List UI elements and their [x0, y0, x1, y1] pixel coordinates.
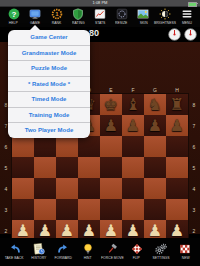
square-h6[interactable] — [166, 136, 188, 157]
coordinate-label: 6 — [0, 136, 12, 157]
forward-icon — [57, 243, 69, 255]
square-h3[interactable] — [166, 199, 188, 220]
chess-app-window: 1:08 PM ? HELP GAME 1 RANK RATING — [0, 0, 200, 266]
square-g4[interactable] — [144, 178, 166, 199]
square-b5[interactable] — [34, 157, 56, 178]
rating-button[interactable]: RATING — [68, 8, 89, 26]
stats-icon — [94, 8, 106, 20]
square-f5[interactable] — [122, 157, 144, 178]
square-f4[interactable] — [122, 178, 144, 199]
coordinate-label: 4 — [0, 178, 12, 199]
square-f8[interactable]: ♝ — [122, 94, 144, 115]
white-clock-icon — [168, 27, 181, 45]
square-h4[interactable] — [166, 178, 188, 199]
game-button[interactable]: GAME — [25, 8, 46, 26]
black-pawn: ♟ — [104, 118, 118, 134]
square-e4[interactable] — [100, 178, 122, 199]
square-e6[interactable] — [100, 136, 122, 157]
svg-text:1: 1 — [55, 11, 59, 17]
skin-label: SKIN — [139, 21, 147, 25]
square-g7[interactable]: ♟ — [144, 115, 166, 136]
square-a3[interactable] — [12, 199, 34, 220]
menu-item-rated-mode[interactable]: * Rated Mode * — [8, 77, 90, 93]
menu-item-training-mode[interactable]: Training Mode — [8, 108, 90, 124]
square-g8[interactable]: ♞ — [144, 94, 166, 115]
menu-button[interactable]: MENU — [176, 8, 197, 26]
square-d6[interactable] — [78, 136, 100, 157]
skin-button[interactable]: SKIN — [133, 8, 154, 26]
help-icon: ? — [8, 8, 20, 20]
coordinate-label: 6 — [188, 136, 200, 157]
square-h5[interactable] — [166, 157, 188, 178]
square-b4[interactable] — [34, 178, 56, 199]
stats-label: STATS — [95, 21, 105, 25]
white-pawn: ♟ — [16, 223, 30, 239]
black-bishop: ♝ — [126, 97, 140, 113]
coordinate-label: 3 — [0, 199, 12, 220]
resize-icon — [116, 8, 128, 20]
coordinate-label: H — [166, 86, 188, 94]
white-pawn: ♟ — [148, 223, 162, 239]
board-ranks-right: 87654321 — [188, 94, 200, 262]
force-move-label: FORCE MOVE — [101, 256, 124, 260]
square-e8[interactable]: ♚ — [100, 94, 122, 115]
new-label: NEW — [181, 256, 189, 260]
coordinate-label: G — [144, 86, 166, 94]
skin-icon — [137, 8, 149, 20]
game-icon — [29, 8, 41, 20]
forward-button[interactable]: FORWARD — [52, 243, 75, 261]
black-pawn: ♟ — [170, 118, 184, 134]
take-back-button[interactable]: TAKE BACK — [3, 243, 26, 261]
new-icon — [179, 243, 191, 255]
coordinate-label: E — [100, 86, 122, 94]
header-partial-text: 80 — [89, 28, 99, 38]
history-button[interactable]: HISTORY — [27, 243, 50, 261]
black-knight: ♞ — [148, 97, 162, 113]
battery-icon — [188, 2, 197, 7]
square-d3[interactable] — [78, 199, 100, 220]
white-pawn: ♟ — [82, 223, 96, 239]
rating-icon — [72, 8, 84, 20]
black-pawn: ♟ — [148, 118, 162, 134]
top-toolbar: ? HELP GAME 1 RANK RATING STATS — [0, 7, 200, 27]
coordinate-label: 7 — [188, 115, 200, 136]
square-a4[interactable] — [12, 178, 34, 199]
rating-label: RATING — [72, 21, 85, 25]
bottom-toolbar: TAKE BACK HISTORY FORWARD HINT FORCE MOV… — [0, 238, 200, 266]
history-label: HISTORY — [31, 256, 46, 260]
help-button[interactable]: ? HELP — [3, 8, 24, 26]
square-d5[interactable] — [78, 157, 100, 178]
settings-icon — [155, 243, 167, 255]
white-pawn: ♟ — [104, 223, 118, 239]
brightness-button[interactable]: BRIGHTNESS — [154, 8, 175, 26]
square-e7[interactable]: ♟ — [100, 115, 122, 136]
history-icon — [33, 243, 45, 255]
stats-button[interactable]: STATS — [90, 8, 111, 26]
coordinate-label: 5 — [0, 157, 12, 178]
settings-button[interactable]: SETTINGS — [150, 243, 173, 261]
game-mode-menu: Game Center Grandmaster Mode Puzzle Mode… — [8, 30, 90, 138]
square-a6[interactable] — [12, 136, 34, 157]
chess-clocks — [168, 27, 197, 45]
square-h7[interactable]: ♟ — [166, 115, 188, 136]
black-pawn: ♟ — [126, 118, 140, 134]
take-back-label: TAKE BACK — [5, 256, 24, 260]
square-c4[interactable] — [56, 178, 78, 199]
square-c5[interactable] — [56, 157, 78, 178]
new-button[interactable]: NEW — [174, 243, 197, 261]
square-h8[interactable]: ♜ — [166, 94, 188, 115]
square-a5[interactable] — [12, 157, 34, 178]
help-label: HELP — [9, 21, 18, 25]
rank-label: RANK — [52, 21, 61, 25]
square-b3[interactable] — [34, 199, 56, 220]
force-move-button[interactable]: FORCE MOVE — [101, 243, 124, 261]
square-c6[interactable] — [56, 136, 78, 157]
white-pawn: ♟ — [126, 223, 140, 239]
hint-icon — [82, 243, 94, 255]
settings-label: SETTINGS — [153, 256, 170, 260]
hint-label: HINT — [84, 256, 92, 260]
square-e5[interactable] — [100, 157, 122, 178]
svg-text:?: ? — [11, 10, 16, 19]
white-pawn: ♟ — [60, 223, 74, 239]
square-b6[interactable] — [34, 136, 56, 157]
flip-button[interactable]: FLIP — [125, 243, 148, 261]
resize-label: RESIZE — [115, 21, 127, 25]
coordinate-label: 4 — [188, 178, 200, 199]
square-d4[interactable] — [78, 178, 100, 199]
brightness-label: BRIGHTNESS — [154, 21, 176, 25]
menu-label: MENU — [181, 21, 191, 25]
brightness-icon — [159, 8, 171, 20]
menu-item-game-center[interactable]: Game Center — [8, 30, 90, 46]
square-f7[interactable]: ♟ — [122, 115, 144, 136]
hint-button[interactable]: HINT — [76, 243, 99, 261]
menu-item-timed-mode[interactable]: Timed Mode — [8, 92, 90, 108]
square-e3[interactable] — [100, 199, 122, 220]
square-g5[interactable] — [144, 157, 166, 178]
status-time: 1:08 PM — [93, 0, 108, 6]
coordinate-label: 3 — [188, 199, 200, 220]
square-c3[interactable] — [56, 199, 78, 220]
black-rook: ♜ — [170, 97, 184, 113]
flip-icon — [131, 243, 143, 255]
rank-icon: 1 — [51, 8, 63, 20]
flip-label: FLIP — [133, 256, 140, 260]
square-g3[interactable] — [144, 199, 166, 220]
coordinate-label: 5 — [188, 157, 200, 178]
black-king: ♚ — [104, 97, 118, 113]
black-clock-icon — [184, 27, 197, 45]
menu-item-puzzle-mode[interactable]: Puzzle Mode — [8, 61, 90, 77]
square-f6[interactable] — [122, 136, 144, 157]
force-move-icon — [106, 243, 118, 255]
resize-button[interactable]: RESIZE — [111, 8, 132, 26]
square-g6[interactable] — [144, 136, 166, 157]
status-bar: 1:08 PM — [0, 0, 200, 7]
menu-icon — [181, 8, 193, 20]
coordinate-label: 8 — [188, 94, 200, 115]
square-f3[interactable] — [122, 199, 144, 220]
rank-button[interactable]: 1 RANK — [46, 8, 67, 26]
coordinate-label: F — [122, 86, 144, 94]
white-pawn: ♟ — [38, 223, 52, 239]
take-back-icon — [9, 243, 21, 255]
forward-label: FORWARD — [55, 256, 72, 260]
menu-item-two-player-mode[interactable]: Two Player Mode — [8, 123, 90, 138]
menu-item-grandmaster-mode[interactable]: Grandmaster Mode — [8, 46, 90, 62]
white-pawn: ♟ — [170, 223, 184, 239]
